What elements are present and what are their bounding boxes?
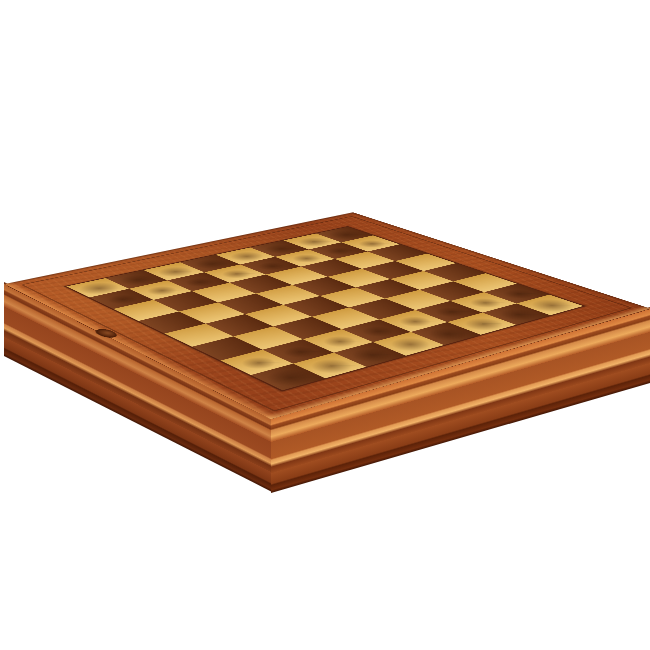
white-rook-glyph: ♜ [242, 287, 333, 389]
black-pawn-glyph: ♟ [90, 237, 153, 307]
product-photo-stage: ♜♞♝♛♚♝♞♜♟♟♟♟♟♟♟♟♟♟♟♟♟♟♟♟♜♞♝♛♚♝♞♜ [0, 0, 650, 650]
